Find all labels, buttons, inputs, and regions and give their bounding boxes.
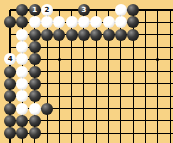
intersection-c7-r8[interactable] xyxy=(78,90,90,102)
black-stone xyxy=(4,78,16,90)
intersection-c6-r2[interactable] xyxy=(65,16,77,28)
intersection-c5-r9[interactable] xyxy=(53,102,65,114)
intersection-c11-r11[interactable] xyxy=(127,127,139,139)
intersection-c9-r10[interactable] xyxy=(102,115,114,127)
intersection-c14-r2[interactable] xyxy=(164,16,173,28)
intersection-c11-r10[interactable] xyxy=(127,115,139,127)
intersection-c14-r4[interactable] xyxy=(164,41,173,53)
intersection-c8-r7[interactable] xyxy=(90,78,102,90)
intersection-c11-r1[interactable] xyxy=(127,4,139,16)
intersection-c3-r4[interactable] xyxy=(29,41,41,53)
intersection-c4-r11[interactable] xyxy=(41,127,53,139)
intersection-c6-r11[interactable] xyxy=(65,127,77,139)
black-stone xyxy=(53,29,65,41)
white-stone xyxy=(66,16,78,28)
intersection-c10-r10[interactable] xyxy=(115,115,127,127)
intersection-c8-r1[interactable] xyxy=(90,4,102,16)
intersection-c7-r10[interactable] xyxy=(78,115,90,127)
intersection-c3-r3[interactable] xyxy=(29,29,41,41)
move-number-label: 3 xyxy=(81,7,86,14)
intersection-c4-r6[interactable] xyxy=(41,65,53,77)
black-stone xyxy=(29,90,41,102)
intersection-c5-r2[interactable] xyxy=(53,16,65,28)
intersection-c3-r6[interactable] xyxy=(29,65,41,77)
intersection-c5-r3[interactable] xyxy=(53,29,65,41)
intersection-c5-r6[interactable] xyxy=(53,65,65,77)
intersection-c1-r10[interactable] xyxy=(4,115,16,127)
intersection-c12-r7[interactable] xyxy=(139,78,151,90)
intersection-c6-r10[interactable] xyxy=(65,115,77,127)
intersection-c7-r9[interactable] xyxy=(78,102,90,114)
move-number-label: 1 xyxy=(32,7,37,14)
intersection-c14-r8[interactable] xyxy=(164,90,173,102)
intersection-c3-r2[interactable] xyxy=(29,16,41,28)
black-stone xyxy=(29,66,41,78)
black-stone xyxy=(103,29,115,41)
intersection-c12-r8[interactable] xyxy=(139,90,151,102)
intersection-c10-r6[interactable] xyxy=(115,65,127,77)
intersection-c4-r2[interactable] xyxy=(41,16,53,28)
intersection-c3-r9[interactable] xyxy=(29,102,41,114)
intersection-c9-r3[interactable] xyxy=(102,29,114,41)
black-stone xyxy=(127,4,139,16)
intersection-c10-r3[interactable] xyxy=(115,29,127,41)
white-stone xyxy=(16,53,28,65)
black-stone xyxy=(4,90,16,102)
white-stone: 2 xyxy=(41,4,53,16)
intersection-c8-r9[interactable] xyxy=(90,102,102,114)
intersection-c6-r1[interactable] xyxy=(65,4,77,16)
intersection-c14-r9[interactable] xyxy=(164,102,173,114)
intersection-c5-r7[interactable] xyxy=(53,78,65,90)
intersection-c12-r9[interactable] xyxy=(139,102,151,114)
intersection-c2-r1[interactable] xyxy=(16,4,28,16)
black-stone xyxy=(4,16,16,28)
intersection-c2-r7[interactable] xyxy=(16,78,28,90)
white-stone xyxy=(16,78,28,90)
intersection-c14-r7[interactable] xyxy=(164,78,173,90)
intersection-c1-r1[interactable] xyxy=(4,4,16,16)
white-stone xyxy=(90,16,102,28)
intersection-c7-r1[interactable]: 3 xyxy=(78,4,90,16)
intersection-c4-r4[interactable] xyxy=(41,41,53,53)
intersection-c14-r5[interactable] xyxy=(164,53,173,65)
intersection-c11-r3[interactable] xyxy=(127,29,139,41)
black-stone xyxy=(16,127,28,139)
intersection-c1-r6[interactable] xyxy=(4,65,16,77)
intersection-c14-r1[interactable] xyxy=(164,4,173,16)
intersection-c12-r1[interactable] xyxy=(139,4,151,16)
intersection-c3-r1[interactable]: 1 xyxy=(29,4,41,16)
intersection-c9-r8[interactable] xyxy=(102,90,114,102)
intersection-c13-r1[interactable] xyxy=(152,4,164,16)
white-stone xyxy=(115,16,127,28)
black-stone xyxy=(115,29,127,41)
intersection-c1-r9[interactable] xyxy=(4,102,16,114)
intersection-c11-r8[interactable] xyxy=(127,90,139,102)
intersection-c13-r10[interactable] xyxy=(152,115,164,127)
white-stone xyxy=(16,41,28,53)
intersection-c1-r2[interactable] xyxy=(4,16,16,28)
intersection-c4-r10[interactable] xyxy=(41,115,53,127)
intersection-c8-r11[interactable] xyxy=(90,127,102,139)
go-app-canvas: 1234 xyxy=(0,0,173,143)
intersection-c13-r11[interactable] xyxy=(152,127,164,139)
intersection-c1-r3[interactable] xyxy=(4,29,16,41)
intersection-c12-r6[interactable] xyxy=(139,65,151,77)
intersection-c1-r4[interactable] xyxy=(4,41,16,53)
intersection-c3-r5[interactable] xyxy=(29,53,41,65)
intersection-c6-r6[interactable] xyxy=(65,65,77,77)
move-number-label: 4 xyxy=(8,56,13,63)
intersection-c8-r2[interactable] xyxy=(90,16,102,28)
black-stone xyxy=(16,16,28,28)
intersection-c5-r11[interactable] xyxy=(53,127,65,139)
intersection-c13-r7[interactable] xyxy=(152,78,164,90)
intersection-c6-r5[interactable] xyxy=(65,53,77,65)
move-number-label: 2 xyxy=(45,7,50,14)
black-stone xyxy=(29,127,41,139)
intersection-c8-r4[interactable] xyxy=(90,41,102,53)
black-stone xyxy=(16,4,28,16)
white-stone xyxy=(41,16,53,28)
intersection-c13-r6[interactable] xyxy=(152,65,164,77)
intersection-c1-r8[interactable] xyxy=(4,90,16,102)
intersection-c10-r8[interactable] xyxy=(115,90,127,102)
intersection-c12-r3[interactable] xyxy=(139,29,151,41)
intersection-c6-r7[interactable] xyxy=(65,78,77,90)
intersection-c6-r3[interactable] xyxy=(65,29,77,41)
black-stone xyxy=(29,53,41,65)
intersection-c13-r4[interactable] xyxy=(152,41,164,53)
intersection-c11-r4[interactable] xyxy=(127,41,139,53)
star-point xyxy=(58,58,61,61)
intersection-c1-r11[interactable] xyxy=(4,127,16,139)
intersection-c10-r2[interactable] xyxy=(115,16,127,28)
intersection-c10-r7[interactable] xyxy=(115,78,127,90)
intersection-c7-r5[interactable] xyxy=(78,53,90,65)
intersection-c11-r7[interactable] xyxy=(127,78,139,90)
intersection-c9-r5[interactable] xyxy=(102,53,114,65)
intersection-c2-r2[interactable] xyxy=(16,16,28,28)
intersection-c4-r1[interactable]: 2 xyxy=(41,4,53,16)
intersection-c5-r10[interactable] xyxy=(53,115,65,127)
black-stone xyxy=(4,66,16,78)
intersection-c11-r9[interactable] xyxy=(127,102,139,114)
intersection-c9-r11[interactable] xyxy=(102,127,114,139)
intersection-c9-r7[interactable] xyxy=(102,78,114,90)
intersection-c4-r5[interactable] xyxy=(41,53,53,65)
intersection-c7-r7[interactable] xyxy=(78,78,90,90)
black-stone xyxy=(29,29,41,41)
white-stone xyxy=(103,16,115,28)
intersection-c6-r4[interactable] xyxy=(65,41,77,53)
black-stone: 1 xyxy=(29,4,41,16)
intersection-c10-r1[interactable] xyxy=(115,4,127,16)
intersection-c2-r10[interactable] xyxy=(16,115,28,127)
intersection-c3-r11[interactable] xyxy=(29,127,41,139)
intersection-c4-r8[interactable] xyxy=(41,90,53,102)
intersection-c7-r4[interactable] xyxy=(78,41,90,53)
intersection-c8-r6[interactable] xyxy=(90,65,102,77)
black-stone xyxy=(4,127,16,139)
white-stone: 4 xyxy=(4,53,16,65)
intersection-c14-r11[interactable] xyxy=(164,127,173,139)
intersection-c11-r5[interactable] xyxy=(127,53,139,65)
intersection-c7-r11[interactable] xyxy=(78,127,90,139)
intersection-c9-r2[interactable] xyxy=(102,16,114,28)
black-stone xyxy=(78,29,90,41)
intersection-c8-r10[interactable] xyxy=(90,115,102,127)
intersection-c5-r1[interactable] xyxy=(53,4,65,16)
intersection-c9-r6[interactable] xyxy=(102,65,114,77)
intersection-c12-r4[interactable] xyxy=(139,41,151,53)
intersection-c10-r4[interactable] xyxy=(115,41,127,53)
white-stone xyxy=(53,16,65,28)
intersection-c2-r4[interactable] xyxy=(16,41,28,53)
intersection-c2-r5[interactable] xyxy=(16,53,28,65)
intersection-c13-r5[interactable] xyxy=(152,53,164,65)
intersection-c14-r3[interactable] xyxy=(164,29,173,41)
intersection-c12-r11[interactable] xyxy=(139,127,151,139)
black-stone xyxy=(127,29,139,41)
intersection-c10-r5[interactable] xyxy=(115,53,127,65)
intersection-c13-r8[interactable] xyxy=(152,90,164,102)
white-stone xyxy=(16,103,28,115)
black-stone xyxy=(29,115,41,127)
intersection-c11-r6[interactable] xyxy=(127,65,139,77)
intersection-c2-r6[interactable] xyxy=(16,65,28,77)
intersection-c4-r9[interactable] xyxy=(41,102,53,114)
intersection-c6-r9[interactable] xyxy=(65,102,77,114)
white-stone xyxy=(78,16,90,28)
intersection-c8-r5[interactable] xyxy=(90,53,102,65)
intersection-c12-r5[interactable] xyxy=(139,53,151,65)
go-board: 1234 xyxy=(4,4,173,139)
intersection-c7-r6[interactable] xyxy=(78,65,90,77)
white-stone xyxy=(115,4,127,16)
intersection-c9-r4[interactable] xyxy=(102,41,114,53)
intersection-c8-r3[interactable] xyxy=(90,29,102,41)
intersection-c9-r1[interactable] xyxy=(102,4,114,16)
intersection-c13-r3[interactable] xyxy=(152,29,164,41)
intersection-c2-r11[interactable] xyxy=(16,127,28,139)
intersection-c13-r2[interactable] xyxy=(152,16,164,28)
black-stone xyxy=(41,103,53,115)
intersection-c14-r10[interactable] xyxy=(164,115,173,127)
intersection-c4-r3[interactable] xyxy=(41,29,53,41)
intersection-c4-r7[interactable] xyxy=(41,78,53,90)
intersection-c11-r2[interactable] xyxy=(127,16,139,28)
intersection-c1-r7[interactable] xyxy=(4,78,16,90)
intersection-c3-r7[interactable] xyxy=(29,78,41,90)
intersection-c5-r8[interactable] xyxy=(53,90,65,102)
intersection-c13-r9[interactable] xyxy=(152,102,164,114)
intersection-c10-r11[interactable] xyxy=(115,127,127,139)
intersection-c7-r2[interactable] xyxy=(78,16,90,28)
intersection-c3-r10[interactable] xyxy=(29,115,41,127)
white-stone xyxy=(16,90,28,102)
white-stone xyxy=(29,16,41,28)
black-stone: 3 xyxy=(78,4,90,16)
intersection-c10-r9[interactable] xyxy=(115,102,127,114)
intersection-c3-r8[interactable] xyxy=(29,90,41,102)
black-stone xyxy=(4,103,16,115)
intersection-c1-r5[interactable]: 4 xyxy=(4,53,16,65)
white-stone xyxy=(29,103,41,115)
white-stone xyxy=(16,66,28,78)
intersection-c9-r9[interactable] xyxy=(102,102,114,114)
white-stone xyxy=(16,29,28,41)
black-stone xyxy=(127,16,139,28)
black-stone xyxy=(90,29,102,41)
intersection-c2-r8[interactable] xyxy=(16,90,28,102)
intersection-c5-r5[interactable] xyxy=(53,53,65,65)
intersection-c14-r6[interactable] xyxy=(164,65,173,77)
intersection-c2-r3[interactable] xyxy=(16,29,28,41)
star-point xyxy=(156,58,159,61)
intersection-c2-r9[interactable] xyxy=(16,102,28,114)
black-stone xyxy=(29,41,41,53)
black-stone xyxy=(4,115,16,127)
black-stone xyxy=(29,78,41,90)
intersection-c8-r8[interactable] xyxy=(90,90,102,102)
intersection-c5-r4[interactable] xyxy=(53,41,65,53)
intersection-c12-r2[interactable] xyxy=(139,16,151,28)
intersection-c12-r10[interactable] xyxy=(139,115,151,127)
black-stone xyxy=(16,115,28,127)
black-stone xyxy=(66,29,78,41)
intersection-c7-r3[interactable] xyxy=(78,29,90,41)
black-stone xyxy=(41,29,53,41)
intersection-c6-r8[interactable] xyxy=(65,90,77,102)
